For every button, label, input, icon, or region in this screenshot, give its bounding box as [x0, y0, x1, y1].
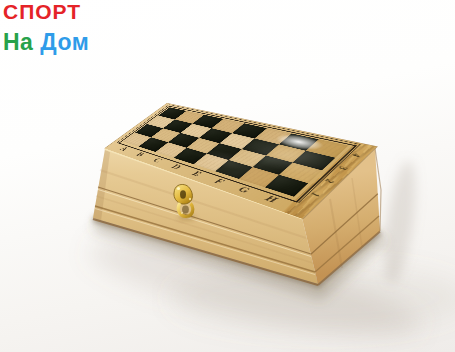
- brand-word-dom: Дом: [40, 29, 89, 55]
- brand-line1: СПОРТ: [3, 1, 89, 22]
- brand-logo: СПОРТ На Дом: [3, 0, 89, 54]
- brand-line2: На Дом: [3, 31, 89, 54]
- brand-word-na: На: [3, 29, 33, 55]
- product-photo: СПОРТ На Дом: [0, 0, 455, 352]
